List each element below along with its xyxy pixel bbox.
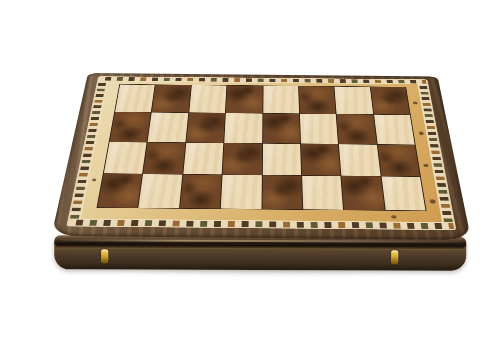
- board-square: [148, 113, 188, 143]
- board-square: [152, 85, 191, 113]
- board-square: [374, 115, 415, 145]
- chess-case: [0, 0, 500, 350]
- board-square: [263, 86, 299, 114]
- board-squares-grid: [97, 84, 427, 211]
- board-square: [339, 144, 380, 176]
- board-square: [98, 174, 143, 208]
- board-square: [299, 86, 336, 114]
- wood-knot: [423, 164, 428, 167]
- mosaic-inlay-border: [66, 76, 456, 230]
- board-square: [335, 87, 373, 115]
- board-square: [370, 87, 409, 115]
- board-square: [180, 174, 222, 208]
- board-square: [263, 114, 300, 144]
- board-square: [115, 85, 155, 113]
- wood-knot: [92, 178, 96, 181]
- wood-knot: [413, 102, 418, 105]
- wood-knot: [429, 199, 435, 203]
- board-square: [262, 143, 301, 175]
- case-front-side: [54, 235, 466, 270]
- board-square: [337, 114, 377, 144]
- brass-latch-right: [391, 250, 398, 264]
- board-square: [301, 144, 341, 176]
- board-square: [302, 176, 343, 210]
- board-square: [104, 142, 147, 174]
- chess-board: [51, 73, 471, 240]
- board-square: [342, 176, 385, 210]
- board-square: [226, 86, 262, 114]
- board-square: [223, 143, 262, 175]
- board-square: [377, 144, 419, 176]
- brass-latch-left: [101, 249, 108, 263]
- board-square: [221, 175, 261, 209]
- lid-seam: [56, 244, 464, 249]
- board-square: [186, 113, 225, 143]
- board-square: [189, 85, 227, 113]
- board-square: [139, 174, 182, 208]
- board-square: [300, 114, 338, 144]
- board-square: [110, 112, 151, 142]
- burl-band: [79, 81, 445, 224]
- wood-knot: [419, 132, 424, 136]
- board-square: [224, 113, 262, 143]
- board-square: [183, 143, 223, 175]
- board-square: [262, 175, 302, 209]
- board-square: [143, 142, 185, 174]
- wood-knot: [391, 215, 396, 218]
- case-lid: [51, 73, 471, 240]
- board-square: [381, 176, 425, 210]
- photo-background: [0, 0, 500, 350]
- lid-edge-highlight: [60, 239, 460, 242]
